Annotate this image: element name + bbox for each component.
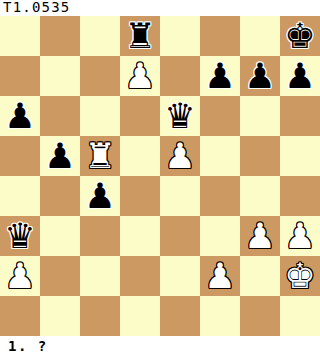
square-f8[interactable]: [200, 16, 240, 56]
square-b4[interactable]: [40, 176, 80, 216]
white-pawn-icon[interactable]: ♟: [240, 216, 280, 256]
square-g3[interactable]: ♟: [240, 216, 280, 256]
square-g1[interactable]: [240, 296, 280, 336]
black-king-icon[interactable]: ♚: [280, 16, 320, 56]
square-h2[interactable]: ♚: [280, 256, 320, 296]
square-a3[interactable]: ♛: [0, 216, 40, 256]
square-c2[interactable]: [80, 256, 120, 296]
square-d5[interactable]: [120, 136, 160, 176]
square-h3[interactable]: ♟: [280, 216, 320, 256]
square-a1[interactable]: [0, 296, 40, 336]
square-c6[interactable]: [80, 96, 120, 136]
puzzle-id: T1.0535: [0, 0, 320, 16]
square-e5[interactable]: ♟: [160, 136, 200, 176]
square-f1[interactable]: [200, 296, 240, 336]
square-c5[interactable]: ♜: [80, 136, 120, 176]
square-h6[interactable]: [280, 96, 320, 136]
square-a7[interactable]: [0, 56, 40, 96]
black-pawn-icon[interactable]: ♟: [0, 96, 40, 136]
black-queen-icon[interactable]: ♛: [0, 216, 40, 256]
square-b7[interactable]: [40, 56, 80, 96]
square-g7[interactable]: ♟: [240, 56, 280, 96]
square-b6[interactable]: [40, 96, 80, 136]
square-b5[interactable]: ♟: [40, 136, 80, 176]
square-f2[interactable]: ♟: [200, 256, 240, 296]
black-rook-icon[interactable]: ♜: [120, 16, 160, 56]
square-e1[interactable]: [160, 296, 200, 336]
square-d3[interactable]: [120, 216, 160, 256]
square-c1[interactable]: [80, 296, 120, 336]
square-h8[interactable]: ♚: [280, 16, 320, 56]
black-pawn-icon[interactable]: ♟: [80, 176, 120, 216]
square-f4[interactable]: [200, 176, 240, 216]
square-g8[interactable]: [240, 16, 280, 56]
square-g2[interactable]: [240, 256, 280, 296]
square-g6[interactable]: [240, 96, 280, 136]
square-f5[interactable]: [200, 136, 240, 176]
square-e4[interactable]: [160, 176, 200, 216]
square-a4[interactable]: [0, 176, 40, 216]
square-g4[interactable]: [240, 176, 280, 216]
square-h7[interactable]: ♟: [280, 56, 320, 96]
square-e8[interactable]: [160, 16, 200, 56]
square-e7[interactable]: [160, 56, 200, 96]
square-f6[interactable]: [200, 96, 240, 136]
square-b8[interactable]: [40, 16, 80, 56]
square-f7[interactable]: ♟: [200, 56, 240, 96]
black-pawn-icon[interactable]: ♟: [200, 56, 240, 96]
white-pawn-icon[interactable]: ♟: [200, 256, 240, 296]
square-e6[interactable]: ♛: [160, 96, 200, 136]
square-a6[interactable]: ♟: [0, 96, 40, 136]
white-pawn-icon[interactable]: ♟: [280, 216, 320, 256]
white-pawn-icon[interactable]: ♟: [120, 56, 160, 96]
square-e3[interactable]: [160, 216, 200, 256]
square-e2[interactable]: [160, 256, 200, 296]
square-d8[interactable]: ♜: [120, 16, 160, 56]
square-g5[interactable]: [240, 136, 280, 176]
square-c8[interactable]: [80, 16, 120, 56]
square-b3[interactable]: [40, 216, 80, 256]
square-c4[interactable]: ♟: [80, 176, 120, 216]
square-d7[interactable]: ♟: [120, 56, 160, 96]
white-pawn-icon[interactable]: ♟: [0, 256, 40, 296]
square-d6[interactable]: [120, 96, 160, 136]
black-pawn-icon[interactable]: ♟: [40, 136, 80, 176]
square-c7[interactable]: [80, 56, 120, 96]
square-a2[interactable]: ♟: [0, 256, 40, 296]
black-queen-icon[interactable]: ♛: [160, 96, 200, 136]
chess-board: ♜♚♟♟♟♟♟♛♟♜♟♟♛♟♟♟♟♚: [0, 16, 320, 336]
move-prompt: 1. ?: [0, 336, 320, 360]
square-d1[interactable]: [120, 296, 160, 336]
white-rook-icon[interactable]: ♜: [80, 136, 120, 176]
square-h5[interactable]: [280, 136, 320, 176]
white-king-icon[interactable]: ♚: [280, 256, 320, 296]
square-a8[interactable]: [0, 16, 40, 56]
white-pawn-icon[interactable]: ♟: [160, 136, 200, 176]
square-d2[interactable]: [120, 256, 160, 296]
square-b1[interactable]: [40, 296, 80, 336]
square-f3[interactable]: [200, 216, 240, 256]
square-c3[interactable]: [80, 216, 120, 256]
square-d4[interactable]: [120, 176, 160, 216]
square-a5[interactable]: [0, 136, 40, 176]
black-pawn-icon[interactable]: ♟: [240, 56, 280, 96]
black-pawn-icon[interactable]: ♟: [280, 56, 320, 96]
square-h4[interactable]: [280, 176, 320, 216]
square-b2[interactable]: [40, 256, 80, 296]
square-h1[interactable]: [280, 296, 320, 336]
